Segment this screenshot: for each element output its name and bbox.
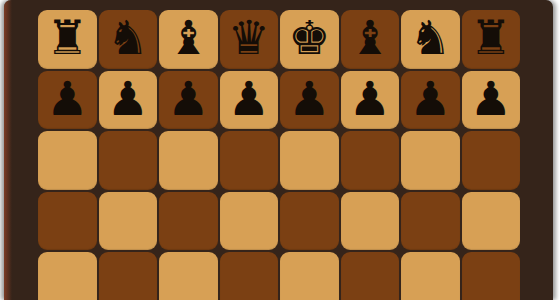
black-king: ♚: [288, 9, 330, 67]
square-a5[interactable]: [38, 192, 97, 251]
black-pawn: ♟: [46, 70, 88, 128]
square-h6[interactable]: [462, 131, 521, 190]
black-pawn: ♟: [349, 70, 391, 128]
square-f4[interactable]: [341, 252, 400, 300]
square-d8[interactable]: ♛: [220, 10, 279, 69]
square-b7[interactable]: ♟: [99, 71, 158, 130]
square-b4[interactable]: [99, 252, 158, 300]
square-e8[interactable]: ♚: [280, 10, 339, 69]
square-f6[interactable]: [341, 131, 400, 190]
square-a6[interactable]: [38, 131, 97, 190]
square-a8[interactable]: ♜: [38, 10, 97, 69]
square-b5[interactable]: [99, 192, 158, 251]
square-c7[interactable]: ♟: [159, 71, 218, 130]
square-b6[interactable]: [99, 131, 158, 190]
black-pawn: ♟: [107, 70, 149, 128]
black-pawn: ♟: [228, 70, 270, 128]
square-h5[interactable]: [462, 192, 521, 251]
square-d7[interactable]: ♟: [220, 71, 279, 130]
black-bishop: ♝: [349, 9, 391, 67]
square-c5[interactable]: [159, 192, 218, 251]
black-pawn: ♟: [288, 70, 330, 128]
square-g4[interactable]: [401, 252, 460, 300]
square-g8[interactable]: ♞: [401, 10, 460, 69]
square-g5[interactable]: [401, 192, 460, 251]
square-f7[interactable]: ♟: [341, 71, 400, 130]
square-f5[interactable]: [341, 192, 400, 251]
black-rook: ♜: [470, 9, 512, 67]
square-a7[interactable]: ♟: [38, 71, 97, 130]
square-h8[interactable]: ♜: [462, 10, 521, 69]
square-h7[interactable]: ♟: [462, 71, 521, 130]
square-g7[interactable]: ♟: [401, 71, 460, 130]
black-pawn: ♟: [167, 70, 209, 128]
square-f8[interactable]: ♝: [341, 10, 400, 69]
board-grid: ♜♞♝♛♚♝♞♜♟♟♟♟♟♟♟♟: [38, 10, 520, 300]
square-c6[interactable]: [159, 131, 218, 190]
black-knight: ♞: [107, 9, 149, 67]
black-rook: ♜: [46, 9, 88, 67]
square-e6[interactable]: [280, 131, 339, 190]
black-pawn: ♟: [470, 70, 512, 128]
square-c8[interactable]: ♝: [159, 10, 218, 69]
square-d4[interactable]: [220, 252, 279, 300]
black-queen: ♛: [228, 9, 270, 67]
square-c4[interactable]: [159, 252, 218, 300]
square-h4[interactable]: [462, 252, 521, 300]
square-e5[interactable]: [280, 192, 339, 251]
square-b8[interactable]: ♞: [99, 10, 158, 69]
square-d6[interactable]: [220, 131, 279, 190]
black-knight: ♞: [409, 9, 451, 67]
chess-board-frame: ♜♞♝♛♚♝♞♜♟♟♟♟♟♟♟♟: [4, 0, 553, 300]
black-bishop: ♝: [167, 9, 209, 67]
square-a4[interactable]: [38, 252, 97, 300]
square-g6[interactable]: [401, 131, 460, 190]
square-d5[interactable]: [220, 192, 279, 251]
black-pawn: ♟: [409, 70, 451, 128]
square-e7[interactable]: ♟: [280, 71, 339, 130]
square-e4[interactable]: [280, 252, 339, 300]
